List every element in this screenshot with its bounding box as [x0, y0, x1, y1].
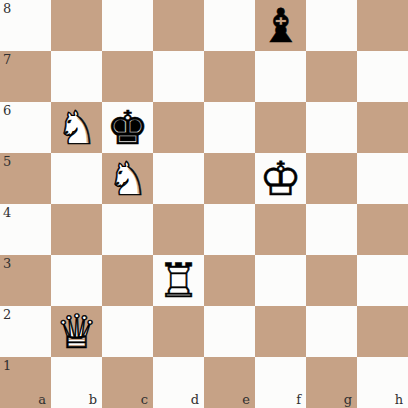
square-c3[interactable] [102, 255, 153, 306]
square-f2[interactable] [255, 306, 306, 357]
square-d8[interactable] [153, 0, 204, 51]
white-rook-piece[interactable]: ♜♖ [153, 255, 204, 306]
square-b2[interactable]: ♛♕ [51, 306, 102, 357]
square-d6[interactable] [153, 102, 204, 153]
square-c4[interactable] [102, 204, 153, 255]
black-bishop-glyph: ♝ [259, 2, 301, 49]
white-king-piece[interactable]: ♚♔ [255, 153, 306, 204]
square-g7[interactable] [306, 51, 357, 102]
white-knight-outline: ♘ [106, 155, 148, 202]
square-d7[interactable] [153, 51, 204, 102]
square-f3[interactable] [255, 255, 306, 306]
square-c8[interactable] [102, 0, 153, 51]
white-rook-outline: ♖ [157, 257, 199, 304]
square-a5[interactable] [0, 153, 51, 204]
square-b3[interactable] [51, 255, 102, 306]
square-f1[interactable] [255, 357, 306, 408]
white-knight-piece[interactable]: ♞♘ [51, 102, 102, 153]
white-king-outline: ♔ [259, 155, 301, 202]
square-a3[interactable] [0, 255, 51, 306]
white-queen-piece[interactable]: ♛♕ [51, 306, 102, 357]
square-g5[interactable] [306, 153, 357, 204]
square-g6[interactable] [306, 102, 357, 153]
square-g3[interactable] [306, 255, 357, 306]
black-bishop-piece[interactable]: ♝ [255, 0, 306, 51]
square-h6[interactable] [357, 102, 408, 153]
square-f7[interactable] [255, 51, 306, 102]
black-king-glyph: ♚ [106, 104, 148, 151]
white-queen-outline: ♕ [55, 308, 97, 355]
square-f4[interactable] [255, 204, 306, 255]
square-h7[interactable] [357, 51, 408, 102]
square-h8[interactable] [357, 0, 408, 51]
square-f8[interactable]: ♝ [255, 0, 306, 51]
square-e7[interactable] [204, 51, 255, 102]
square-c6[interactable]: ♚ [102, 102, 153, 153]
square-g4[interactable] [306, 204, 357, 255]
square-b7[interactable] [51, 51, 102, 102]
square-f5[interactable]: ♚♔ [255, 153, 306, 204]
chess-board-wrapper: ♝♞♘♚♞♘♚♔♜♖♛♕ 87654321abcdefgh [0, 0, 408, 408]
square-h5[interactable] [357, 153, 408, 204]
square-e3[interactable] [204, 255, 255, 306]
white-knight-piece[interactable]: ♞♘ [102, 153, 153, 204]
square-b8[interactable] [51, 0, 102, 51]
square-g1[interactable] [306, 357, 357, 408]
square-e4[interactable] [204, 204, 255, 255]
black-king-piece[interactable]: ♚ [102, 102, 153, 153]
square-e1[interactable] [204, 357, 255, 408]
square-a6[interactable] [0, 102, 51, 153]
square-g2[interactable] [306, 306, 357, 357]
square-h2[interactable] [357, 306, 408, 357]
square-d4[interactable] [153, 204, 204, 255]
square-b5[interactable] [51, 153, 102, 204]
square-c7[interactable] [102, 51, 153, 102]
square-a7[interactable] [0, 51, 51, 102]
square-e6[interactable] [204, 102, 255, 153]
square-e8[interactable] [204, 0, 255, 51]
square-e2[interactable] [204, 306, 255, 357]
square-d3[interactable]: ♜♖ [153, 255, 204, 306]
square-b6[interactable]: ♞♘ [51, 102, 102, 153]
square-a4[interactable] [0, 204, 51, 255]
square-a2[interactable] [0, 306, 51, 357]
white-knight-outline: ♘ [55, 104, 97, 151]
square-c2[interactable] [102, 306, 153, 357]
square-e5[interactable] [204, 153, 255, 204]
square-b4[interactable] [51, 204, 102, 255]
square-h1[interactable] [357, 357, 408, 408]
square-d5[interactable] [153, 153, 204, 204]
square-f6[interactable] [255, 102, 306, 153]
chess-board: ♝♞♘♚♞♘♚♔♜♖♛♕ [0, 0, 408, 408]
square-h4[interactable] [357, 204, 408, 255]
square-g8[interactable] [306, 0, 357, 51]
square-a1[interactable] [0, 357, 51, 408]
square-d2[interactable] [153, 306, 204, 357]
square-b1[interactable] [51, 357, 102, 408]
square-h3[interactable] [357, 255, 408, 306]
square-c5[interactable]: ♞♘ [102, 153, 153, 204]
square-c1[interactable] [102, 357, 153, 408]
square-a8[interactable] [0, 0, 51, 51]
square-d1[interactable] [153, 357, 204, 408]
